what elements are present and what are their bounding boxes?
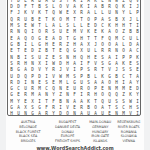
grid-cell: E xyxy=(106,111,113,116)
word-list-column: AUSTRIABELGRADEBLACK FORESTBLACK SEABRID… xyxy=(7,120,49,144)
word-list-column: REGENSBURGRIVER BOATSROMANIASLOVAKIAVIEN… xyxy=(114,120,143,144)
word-list-column: BUDAPESTDANUBE DELTADONAUEUROPEFREIGHT S… xyxy=(49,120,86,144)
grid-cell: I xyxy=(134,111,141,116)
word-search-grid-box: TDERBAUSTRIAKLNWZQVDDFTBSLOVAKIABRQKIJFJ… xyxy=(7,0,141,116)
footer: www.WordSearchAddict.com xyxy=(0,145,150,150)
grid-cell: G xyxy=(29,111,36,116)
grid-cell: R xyxy=(43,111,50,116)
grid-cell: A xyxy=(36,111,43,116)
grid-cell: D xyxy=(57,111,64,116)
grid-cell: O xyxy=(64,111,71,116)
word-item: ISLANDS xyxy=(93,139,107,144)
word-item: VIENNA xyxy=(122,139,135,144)
word-search-grid: TDERBAUSTRIAKLNWZQVDDFTBSLOVAKIABRQKIJFJ… xyxy=(8,0,141,116)
grid-cell: U xyxy=(85,111,92,116)
grid-cell: A xyxy=(78,111,85,116)
grid-cell: M xyxy=(120,111,127,116)
grid-cell: U xyxy=(99,111,106,116)
grid-cell: N xyxy=(113,111,120,116)
word-list: AUSTRIABELGRADEBLACK FORESTBLACK SEABRID… xyxy=(7,120,143,144)
word-list-column: MAIN-DONAUGERMANYHUNGARYIRON GATEISLANDS xyxy=(86,120,115,144)
grid-cell: V xyxy=(127,111,134,116)
word-list-columns: AUSTRIABELGRADEBLACK FORESTBLACK SEABRID… xyxy=(7,120,143,144)
word-item: FREIGHT SHIPS xyxy=(55,139,80,144)
word-item: BRIDGES xyxy=(21,139,36,144)
grid-cell: U xyxy=(15,111,22,116)
page-right-margin xyxy=(144,0,150,150)
page-left-margin xyxy=(0,0,6,150)
grid-cell: N xyxy=(71,111,78,116)
grid-cell: H xyxy=(8,111,15,116)
footer-url: www.WordSearchAddict.com xyxy=(0,145,150,150)
grid-cell: Y xyxy=(50,111,57,116)
grid-cell: A xyxy=(92,111,99,116)
grid-cell: N xyxy=(22,111,29,116)
